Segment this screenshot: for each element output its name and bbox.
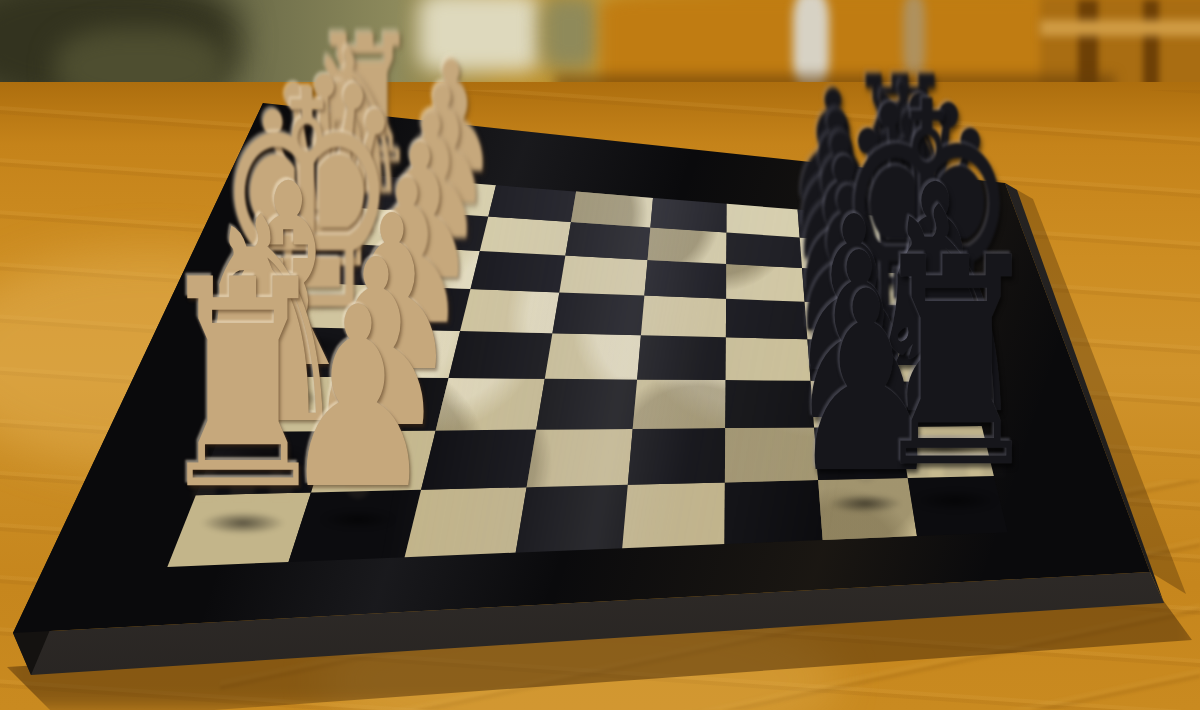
piece-white-pawn-h2: ♟︎ (281, 276, 435, 525)
chess-set-photo: ♜︎♜︎♟︎♟︎♟︎♟︎♜︎♜︎♞︎♞︎♟︎♟︎♟︎♟︎♞︎♞︎♝︎♝︎♟︎♟︎… (0, 0, 1200, 710)
piece-black-rook-h8: ♜︎ (867, 220, 1044, 507)
chessboard: ♜︎♜︎♟︎♟︎♟︎♟︎♜︎♜︎♞︎♞︎♟︎♟︎♟︎♟︎♞︎♞︎♝︎♝︎♟︎♟︎… (0, 0, 1200, 710)
